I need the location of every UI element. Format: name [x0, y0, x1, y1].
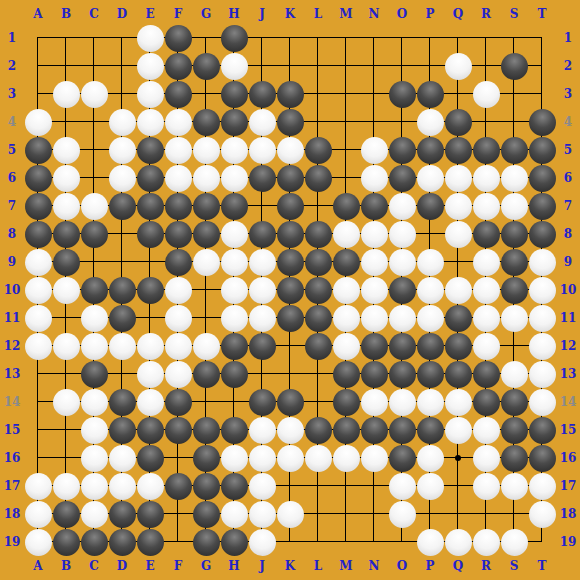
intersection-L5[interactable]: [304, 136, 332, 164]
intersection-A19[interactable]: [24, 528, 52, 556]
intersection-C14[interactable]: [80, 388, 108, 416]
intersection-G14[interactable]: [192, 388, 220, 416]
intersection-D12[interactable]: [108, 332, 136, 360]
intersection-B10[interactable]: [52, 276, 80, 304]
intersection-G16[interactable]: [192, 444, 220, 472]
intersection-A4[interactable]: [24, 108, 52, 136]
intersection-G18[interactable]: [192, 500, 220, 528]
intersection-S16[interactable]: [500, 444, 528, 472]
intersection-A5[interactable]: [24, 136, 52, 164]
intersection-M4[interactable]: [332, 108, 360, 136]
intersection-L3[interactable]: [304, 80, 332, 108]
intersection-M6[interactable]: [332, 164, 360, 192]
intersection-M8[interactable]: [332, 220, 360, 248]
intersection-G4[interactable]: [192, 108, 220, 136]
intersection-J3[interactable]: [248, 80, 276, 108]
intersection-K13[interactable]: [276, 360, 304, 388]
intersection-A15[interactable]: [24, 416, 52, 444]
intersection-H4[interactable]: [220, 108, 248, 136]
intersection-R2[interactable]: [472, 52, 500, 80]
intersection-R9[interactable]: [472, 248, 500, 276]
intersection-M5[interactable]: [332, 136, 360, 164]
intersection-K14[interactable]: [276, 388, 304, 416]
intersection-J6[interactable]: [248, 164, 276, 192]
intersection-G1[interactable]: [192, 24, 220, 52]
intersection-L10[interactable]: [304, 276, 332, 304]
intersection-B16[interactable]: [52, 444, 80, 472]
intersection-T1[interactable]: [528, 24, 556, 52]
intersection-J13[interactable]: [248, 360, 276, 388]
intersection-N8[interactable]: [360, 220, 388, 248]
intersection-D4[interactable]: [108, 108, 136, 136]
intersection-G8[interactable]: [192, 220, 220, 248]
intersection-L1[interactable]: [304, 24, 332, 52]
intersection-C4[interactable]: [80, 108, 108, 136]
intersection-P14[interactable]: [416, 388, 444, 416]
intersection-O11[interactable]: [388, 304, 416, 332]
intersection-M17[interactable]: [332, 472, 360, 500]
intersection-L6[interactable]: [304, 164, 332, 192]
intersection-R5[interactable]: [472, 136, 500, 164]
intersection-R16[interactable]: [472, 444, 500, 472]
intersection-C3[interactable]: [80, 80, 108, 108]
intersection-L12[interactable]: [304, 332, 332, 360]
intersection-N7[interactable]: [360, 192, 388, 220]
intersection-D2[interactable]: [108, 52, 136, 80]
intersection-D9[interactable]: [108, 248, 136, 276]
intersection-S2[interactable]: [500, 52, 528, 80]
intersection-F1[interactable]: [164, 24, 192, 52]
intersection-Q9[interactable]: [444, 248, 472, 276]
intersection-M12[interactable]: [332, 332, 360, 360]
intersection-K7[interactable]: [276, 192, 304, 220]
intersection-S14[interactable]: [500, 388, 528, 416]
intersection-S11[interactable]: [500, 304, 528, 332]
intersection-J2[interactable]: [248, 52, 276, 80]
intersection-H12[interactable]: [220, 332, 248, 360]
intersection-H11[interactable]: [220, 304, 248, 332]
intersection-E14[interactable]: [136, 388, 164, 416]
intersection-E17[interactable]: [136, 472, 164, 500]
intersection-J15[interactable]: [248, 416, 276, 444]
intersection-G5[interactable]: [192, 136, 220, 164]
intersection-R3[interactable]: [472, 80, 500, 108]
intersection-O13[interactable]: [388, 360, 416, 388]
intersection-T6[interactable]: [528, 164, 556, 192]
intersection-K3[interactable]: [276, 80, 304, 108]
intersection-Q19[interactable]: [444, 528, 472, 556]
intersection-C18[interactable]: [80, 500, 108, 528]
intersection-S6[interactable]: [500, 164, 528, 192]
intersection-H17[interactable]: [220, 472, 248, 500]
intersection-L17[interactable]: [304, 472, 332, 500]
intersection-J18[interactable]: [248, 500, 276, 528]
intersection-H3[interactable]: [220, 80, 248, 108]
intersection-O9[interactable]: [388, 248, 416, 276]
intersection-R19[interactable]: [472, 528, 500, 556]
intersection-C16[interactable]: [80, 444, 108, 472]
intersection-F8[interactable]: [164, 220, 192, 248]
intersection-N18[interactable]: [360, 500, 388, 528]
intersection-C11[interactable]: [80, 304, 108, 332]
intersection-O16[interactable]: [388, 444, 416, 472]
intersection-C19[interactable]: [80, 528, 108, 556]
intersection-S18[interactable]: [500, 500, 528, 528]
intersection-P13[interactable]: [416, 360, 444, 388]
intersection-Q11[interactable]: [444, 304, 472, 332]
intersection-P16[interactable]: [416, 444, 444, 472]
intersection-T14[interactable]: [528, 388, 556, 416]
intersection-Q1[interactable]: [444, 24, 472, 52]
intersection-P9[interactable]: [416, 248, 444, 276]
intersection-M19[interactable]: [332, 528, 360, 556]
intersection-H19[interactable]: [220, 528, 248, 556]
intersection-N19[interactable]: [360, 528, 388, 556]
intersection-O10[interactable]: [388, 276, 416, 304]
intersection-G19[interactable]: [192, 528, 220, 556]
intersection-L15[interactable]: [304, 416, 332, 444]
intersection-B8[interactable]: [52, 220, 80, 248]
intersection-B19[interactable]: [52, 528, 80, 556]
intersection-D11[interactable]: [108, 304, 136, 332]
intersection-M14[interactable]: [332, 388, 360, 416]
intersection-E13[interactable]: [136, 360, 164, 388]
intersection-F2[interactable]: [164, 52, 192, 80]
intersection-S3[interactable]: [500, 80, 528, 108]
intersection-H2[interactable]: [220, 52, 248, 80]
intersection-T13[interactable]: [528, 360, 556, 388]
intersection-E6[interactable]: [136, 164, 164, 192]
intersection-A7[interactable]: [24, 192, 52, 220]
intersection-K12[interactable]: [276, 332, 304, 360]
intersection-H7[interactable]: [220, 192, 248, 220]
intersection-T2[interactable]: [528, 52, 556, 80]
intersection-B9[interactable]: [52, 248, 80, 276]
intersection-L11[interactable]: [304, 304, 332, 332]
intersection-O19[interactable]: [388, 528, 416, 556]
intersection-T3[interactable]: [528, 80, 556, 108]
intersection-Q12[interactable]: [444, 332, 472, 360]
intersection-F9[interactable]: [164, 248, 192, 276]
intersection-J7[interactable]: [248, 192, 276, 220]
intersection-O17[interactable]: [388, 472, 416, 500]
intersection-A2[interactable]: [24, 52, 52, 80]
intersection-N9[interactable]: [360, 248, 388, 276]
intersection-Q5[interactable]: [444, 136, 472, 164]
intersection-A8[interactable]: [24, 220, 52, 248]
intersection-C9[interactable]: [80, 248, 108, 276]
intersection-L9[interactable]: [304, 248, 332, 276]
intersection-D17[interactable]: [108, 472, 136, 500]
intersection-S12[interactable]: [500, 332, 528, 360]
intersection-F12[interactable]: [164, 332, 192, 360]
intersection-J4[interactable]: [248, 108, 276, 136]
intersection-C17[interactable]: [80, 472, 108, 500]
intersection-F4[interactable]: [164, 108, 192, 136]
intersection-P18[interactable]: [416, 500, 444, 528]
intersection-L18[interactable]: [304, 500, 332, 528]
intersection-T15[interactable]: [528, 416, 556, 444]
intersection-S4[interactable]: [500, 108, 528, 136]
intersection-N16[interactable]: [360, 444, 388, 472]
intersection-P11[interactable]: [416, 304, 444, 332]
intersection-R4[interactable]: [472, 108, 500, 136]
intersection-S10[interactable]: [500, 276, 528, 304]
intersection-C8[interactable]: [80, 220, 108, 248]
intersection-T18[interactable]: [528, 500, 556, 528]
intersection-M9[interactable]: [332, 248, 360, 276]
intersection-H18[interactable]: [220, 500, 248, 528]
intersection-M16[interactable]: [332, 444, 360, 472]
intersection-K15[interactable]: [276, 416, 304, 444]
intersection-A16[interactable]: [24, 444, 52, 472]
intersection-K8[interactable]: [276, 220, 304, 248]
intersection-Q16[interactable]: [444, 444, 472, 472]
intersection-L8[interactable]: [304, 220, 332, 248]
intersection-P8[interactable]: [416, 220, 444, 248]
intersection-D15[interactable]: [108, 416, 136, 444]
intersection-M15[interactable]: [332, 416, 360, 444]
intersection-A1[interactable]: [24, 24, 52, 52]
intersection-N17[interactable]: [360, 472, 388, 500]
intersection-J11[interactable]: [248, 304, 276, 332]
intersection-G9[interactable]: [192, 248, 220, 276]
intersection-L16[interactable]: [304, 444, 332, 472]
intersection-M11[interactable]: [332, 304, 360, 332]
intersection-O3[interactable]: [388, 80, 416, 108]
intersection-N2[interactable]: [360, 52, 388, 80]
intersection-B17[interactable]: [52, 472, 80, 500]
intersection-S5[interactable]: [500, 136, 528, 164]
intersection-F14[interactable]: [164, 388, 192, 416]
intersection-O18[interactable]: [388, 500, 416, 528]
intersection-J10[interactable]: [248, 276, 276, 304]
intersection-T5[interactable]: [528, 136, 556, 164]
intersection-P12[interactable]: [416, 332, 444, 360]
intersection-P3[interactable]: [416, 80, 444, 108]
intersection-B11[interactable]: [52, 304, 80, 332]
intersection-O2[interactable]: [388, 52, 416, 80]
intersection-B3[interactable]: [52, 80, 80, 108]
intersection-A9[interactable]: [24, 248, 52, 276]
intersection-A10[interactable]: [24, 276, 52, 304]
intersection-A12[interactable]: [24, 332, 52, 360]
intersection-Q7[interactable]: [444, 192, 472, 220]
intersection-S13[interactable]: [500, 360, 528, 388]
intersection-O6[interactable]: [388, 164, 416, 192]
intersection-D19[interactable]: [108, 528, 136, 556]
intersection-N3[interactable]: [360, 80, 388, 108]
intersection-H13[interactable]: [220, 360, 248, 388]
intersection-S9[interactable]: [500, 248, 528, 276]
intersection-K11[interactable]: [276, 304, 304, 332]
intersection-O5[interactable]: [388, 136, 416, 164]
intersection-G11[interactable]: [192, 304, 220, 332]
intersection-N13[interactable]: [360, 360, 388, 388]
intersection-H8[interactable]: [220, 220, 248, 248]
intersection-K18[interactable]: [276, 500, 304, 528]
intersection-B18[interactable]: [52, 500, 80, 528]
intersection-B15[interactable]: [52, 416, 80, 444]
intersection-S15[interactable]: [500, 416, 528, 444]
intersection-B1[interactable]: [52, 24, 80, 52]
intersection-E7[interactable]: [136, 192, 164, 220]
intersection-H6[interactable]: [220, 164, 248, 192]
intersection-Q13[interactable]: [444, 360, 472, 388]
intersection-H15[interactable]: [220, 416, 248, 444]
intersection-N11[interactable]: [360, 304, 388, 332]
intersection-C5[interactable]: [80, 136, 108, 164]
intersection-N6[interactable]: [360, 164, 388, 192]
intersection-G15[interactable]: [192, 416, 220, 444]
intersection-C6[interactable]: [80, 164, 108, 192]
intersection-G17[interactable]: [192, 472, 220, 500]
intersection-P15[interactable]: [416, 416, 444, 444]
intersection-L14[interactable]: [304, 388, 332, 416]
intersection-G13[interactable]: [192, 360, 220, 388]
intersection-K4[interactable]: [276, 108, 304, 136]
intersection-R15[interactable]: [472, 416, 500, 444]
intersection-Q6[interactable]: [444, 164, 472, 192]
intersection-L4[interactable]: [304, 108, 332, 136]
intersection-G2[interactable]: [192, 52, 220, 80]
intersection-T10[interactable]: [528, 276, 556, 304]
intersection-T12[interactable]: [528, 332, 556, 360]
intersection-R17[interactable]: [472, 472, 500, 500]
intersection-E5[interactable]: [136, 136, 164, 164]
intersection-J17[interactable]: [248, 472, 276, 500]
intersection-R7[interactable]: [472, 192, 500, 220]
intersection-R18[interactable]: [472, 500, 500, 528]
intersection-P1[interactable]: [416, 24, 444, 52]
intersection-E9[interactable]: [136, 248, 164, 276]
intersection-F17[interactable]: [164, 472, 192, 500]
intersection-O7[interactable]: [388, 192, 416, 220]
intersection-P6[interactable]: [416, 164, 444, 192]
intersection-D10[interactable]: [108, 276, 136, 304]
intersection-P10[interactable]: [416, 276, 444, 304]
intersection-P17[interactable]: [416, 472, 444, 500]
intersection-Q2[interactable]: [444, 52, 472, 80]
intersection-C7[interactable]: [80, 192, 108, 220]
intersection-E12[interactable]: [136, 332, 164, 360]
intersection-R1[interactable]: [472, 24, 500, 52]
intersection-C10[interactable]: [80, 276, 108, 304]
intersection-N5[interactable]: [360, 136, 388, 164]
intersection-T11[interactable]: [528, 304, 556, 332]
intersection-T19[interactable]: [528, 528, 556, 556]
intersection-M1[interactable]: [332, 24, 360, 52]
intersection-T4[interactable]: [528, 108, 556, 136]
intersection-R14[interactable]: [472, 388, 500, 416]
intersection-P2[interactable]: [416, 52, 444, 80]
intersection-F13[interactable]: [164, 360, 192, 388]
intersection-Q15[interactable]: [444, 416, 472, 444]
intersection-H16[interactable]: [220, 444, 248, 472]
intersection-F15[interactable]: [164, 416, 192, 444]
intersection-T16[interactable]: [528, 444, 556, 472]
intersection-M18[interactable]: [332, 500, 360, 528]
intersection-M3[interactable]: [332, 80, 360, 108]
intersection-G10[interactable]: [192, 276, 220, 304]
intersection-F11[interactable]: [164, 304, 192, 332]
intersection-G3[interactable]: [192, 80, 220, 108]
intersection-G6[interactable]: [192, 164, 220, 192]
intersection-B4[interactable]: [52, 108, 80, 136]
intersection-O4[interactable]: [388, 108, 416, 136]
intersection-J1[interactable]: [248, 24, 276, 52]
intersection-A11[interactable]: [24, 304, 52, 332]
intersection-O14[interactable]: [388, 388, 416, 416]
intersection-N1[interactable]: [360, 24, 388, 52]
intersection-F7[interactable]: [164, 192, 192, 220]
intersection-J16[interactable]: [248, 444, 276, 472]
intersection-H5[interactable]: [220, 136, 248, 164]
intersection-O1[interactable]: [388, 24, 416, 52]
intersection-K17[interactable]: [276, 472, 304, 500]
intersection-S7[interactable]: [500, 192, 528, 220]
intersection-A13[interactable]: [24, 360, 52, 388]
intersection-O15[interactable]: [388, 416, 416, 444]
intersection-K16[interactable]: [276, 444, 304, 472]
intersection-T17[interactable]: [528, 472, 556, 500]
intersection-P19[interactable]: [416, 528, 444, 556]
intersection-J8[interactable]: [248, 220, 276, 248]
intersection-R13[interactable]: [472, 360, 500, 388]
intersection-E11[interactable]: [136, 304, 164, 332]
intersection-B12[interactable]: [52, 332, 80, 360]
intersection-N4[interactable]: [360, 108, 388, 136]
intersection-F5[interactable]: [164, 136, 192, 164]
intersection-H1[interactable]: [220, 24, 248, 52]
intersection-Q18[interactable]: [444, 500, 472, 528]
intersection-E3[interactable]: [136, 80, 164, 108]
intersection-C1[interactable]: [80, 24, 108, 52]
intersection-Q10[interactable]: [444, 276, 472, 304]
intersection-O8[interactable]: [388, 220, 416, 248]
intersection-G7[interactable]: [192, 192, 220, 220]
intersection-D16[interactable]: [108, 444, 136, 472]
intersection-J9[interactable]: [248, 248, 276, 276]
intersection-B13[interactable]: [52, 360, 80, 388]
intersection-E16[interactable]: [136, 444, 164, 472]
intersection-J12[interactable]: [248, 332, 276, 360]
intersection-F10[interactable]: [164, 276, 192, 304]
intersection-K10[interactable]: [276, 276, 304, 304]
intersection-L19[interactable]: [304, 528, 332, 556]
intersection-C13[interactable]: [80, 360, 108, 388]
intersection-Q3[interactable]: [444, 80, 472, 108]
intersection-D13[interactable]: [108, 360, 136, 388]
intersection-M10[interactable]: [332, 276, 360, 304]
intersection-D5[interactable]: [108, 136, 136, 164]
intersection-N10[interactable]: [360, 276, 388, 304]
intersection-A3[interactable]: [24, 80, 52, 108]
intersection-H10[interactable]: [220, 276, 248, 304]
intersection-A18[interactable]: [24, 500, 52, 528]
intersection-Q8[interactable]: [444, 220, 472, 248]
intersection-H9[interactable]: [220, 248, 248, 276]
intersection-B14[interactable]: [52, 388, 80, 416]
intersection-R8[interactable]: [472, 220, 500, 248]
intersection-E15[interactable]: [136, 416, 164, 444]
intersection-F6[interactable]: [164, 164, 192, 192]
intersection-R6[interactable]: [472, 164, 500, 192]
intersection-K5[interactable]: [276, 136, 304, 164]
intersection-C2[interactable]: [80, 52, 108, 80]
intersection-M2[interactable]: [332, 52, 360, 80]
intersection-C12[interactable]: [80, 332, 108, 360]
